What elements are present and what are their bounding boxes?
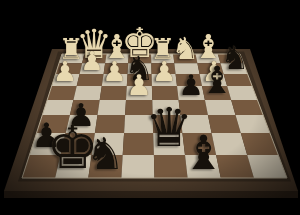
black-king-g8[interactable]: ♚ xyxy=(46,119,99,178)
white-pawn-f3[interactable]: ♟ xyxy=(102,58,126,85)
white-pawn-g2[interactable]: ♟ xyxy=(80,47,103,73)
white-pawn-h3[interactable]: ♟ xyxy=(53,58,77,85)
black-bishop-c8[interactable]: ♝ xyxy=(182,129,225,176)
chessboard-photo: ♜♛♝♚♜♞♝♟♟♟♟♟♟♞♞♟♝♟♟♛♝♞♚ xyxy=(0,0,300,215)
pieces-layer: ♜♛♝♚♜♞♝♟♟♟♟♟♟♞♞♟♝♟♟♛♝♞♚ xyxy=(0,0,300,215)
black-bishop-b4[interactable]: ♝ xyxy=(200,62,234,100)
white-pawn-d3[interactable]: ♟ xyxy=(152,58,176,85)
